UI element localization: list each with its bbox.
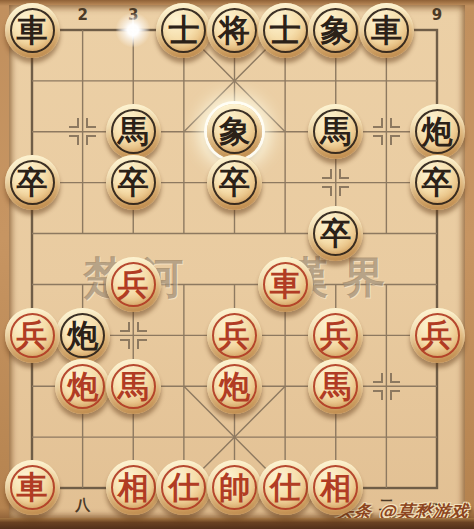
piece-red-advisor[interactable]: 仕: [258, 460, 313, 515]
board-grid[interactable]: 車士将士象車馬象馬炮卒卒卒卒卒炮兵車兵兵兵兵炮馬炮馬車相仕帥仕相: [7, 5, 463, 514]
piece-black-advisor[interactable]: 士: [156, 3, 211, 58]
piece-black-soldier[interactable]: 卒: [106, 155, 161, 210]
piece-red-horse[interactable]: 馬: [308, 359, 363, 414]
piece-black-horse[interactable]: 馬: [308, 104, 363, 159]
piece-red-horse[interactable]: 馬: [106, 359, 161, 414]
piece-red-soldier[interactable]: 兵: [5, 308, 60, 363]
piece-red-soldier[interactable]: 兵: [410, 308, 465, 363]
piece-red-soldier[interactable]: 兵: [106, 257, 161, 312]
xiangqi-app-screen: 123456789 九八七六五四三二一 楚河 漢界 車士将士象車馬象馬炮卒卒卒卒…: [0, 0, 474, 529]
piece-black-horse[interactable]: 馬: [106, 104, 161, 159]
piece-black-chariot[interactable]: 車: [359, 3, 414, 58]
piece-black-soldier[interactable]: 卒: [308, 206, 363, 261]
piece-red-advisor[interactable]: 仕: [156, 460, 211, 515]
piece-red-chariot[interactable]: 車: [258, 257, 313, 312]
piece-red-cannon[interactable]: 炮: [207, 359, 262, 414]
piece-black-general[interactable]: 将: [207, 3, 262, 58]
last-move-origin-marker: [114, 11, 152, 49]
piece-black-elephant[interactable]: 象: [207, 104, 262, 159]
piece-black-soldier[interactable]: 卒: [5, 155, 60, 210]
piece-red-chariot[interactable]: 車: [5, 460, 60, 515]
point-marker: [373, 373, 400, 400]
piece-black-elephant[interactable]: 象: [308, 3, 363, 58]
piece-black-soldier[interactable]: 卒: [410, 155, 465, 210]
point-marker: [69, 118, 96, 145]
piece-red-soldier[interactable]: 兵: [207, 308, 262, 363]
point-marker: [373, 118, 400, 145]
piece-red-soldier[interactable]: 兵: [308, 308, 363, 363]
piece-red-elephant[interactable]: 相: [106, 460, 161, 515]
point-marker: [322, 169, 349, 196]
piece-black-soldier[interactable]: 卒: [207, 155, 262, 210]
point-marker: [120, 322, 147, 349]
piece-black-cannon[interactable]: 炮: [410, 104, 465, 159]
piece-black-chariot[interactable]: 車: [5, 3, 60, 58]
piece-black-cannon[interactable]: 炮: [55, 308, 110, 363]
piece-red-cannon[interactable]: 炮: [55, 359, 110, 414]
piece-black-advisor[interactable]: 士: [258, 3, 313, 58]
piece-red-general[interactable]: 帥: [207, 460, 262, 515]
